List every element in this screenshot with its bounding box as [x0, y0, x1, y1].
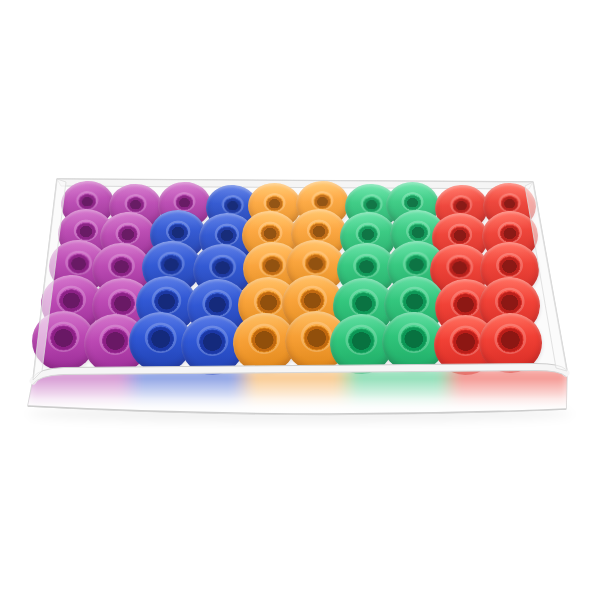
product-photo: [0, 0, 600, 600]
bobbins-layer: [0, 0, 600, 600]
